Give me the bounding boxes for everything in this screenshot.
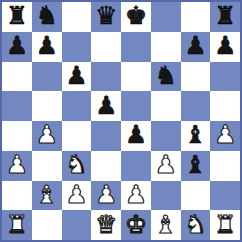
white-pawn[interactable]: ♟: [214, 122, 236, 147]
white-pawn[interactable]: ♟: [6, 152, 28, 177]
square-d5[interactable]: ♟: [91, 91, 121, 121]
square-d6[interactable]: [91, 62, 121, 92]
square-g6[interactable]: [181, 62, 211, 92]
white-knight[interactable]: ♞: [65, 152, 87, 177]
white-bishop[interactable]: ♝: [35, 182, 57, 207]
black-knight[interactable]: ♞: [154, 63, 176, 88]
square-a7[interactable]: ♟: [2, 32, 32, 62]
square-e1[interactable]: ♚: [121, 210, 151, 240]
square-e3[interactable]: [121, 151, 151, 181]
black-knight[interactable]: ♞: [35, 3, 57, 28]
black-king[interactable]: ♚: [125, 3, 147, 28]
square-b8[interactable]: ♞: [32, 2, 62, 32]
square-f6[interactable]: ♞: [151, 62, 181, 92]
square-h6[interactable]: [210, 62, 240, 92]
square-a2[interactable]: [2, 181, 32, 211]
square-b2[interactable]: ♝: [32, 181, 62, 211]
square-f8[interactable]: [151, 2, 181, 32]
black-pawn[interactable]: ♟: [214, 33, 236, 58]
square-b7[interactable]: ♟: [32, 32, 62, 62]
square-f1[interactable]: ♝: [151, 210, 181, 240]
square-a6[interactable]: [2, 62, 32, 92]
black-pawn[interactable]: ♟: [184, 33, 206, 58]
black-rook[interactable]: ♜: [6, 3, 28, 28]
black-pawn[interactable]: ♟: [6, 33, 28, 58]
black-pawn[interactable]: ♟: [125, 122, 147, 147]
square-b1[interactable]: [32, 210, 62, 240]
square-h8[interactable]: ♜: [210, 2, 240, 32]
white-rook[interactable]: ♜: [6, 212, 28, 237]
square-f2[interactable]: [151, 181, 181, 211]
white-rook[interactable]: ♜: [214, 212, 236, 237]
square-a3[interactable]: ♟: [2, 151, 32, 181]
square-g1[interactable]: ♞: [181, 210, 211, 240]
square-c2[interactable]: ♟: [62, 181, 92, 211]
square-f7[interactable]: [151, 32, 181, 62]
square-a1[interactable]: ♜: [2, 210, 32, 240]
square-g4[interactable]: ♝: [181, 121, 211, 151]
square-h1[interactable]: ♜: [210, 210, 240, 240]
square-c3[interactable]: ♞: [62, 151, 92, 181]
square-d8[interactable]: ♛: [91, 2, 121, 32]
square-d2[interactable]: ♟: [91, 181, 121, 211]
black-bishop[interactable]: ♝: [184, 152, 206, 177]
square-g3[interactable]: ♝: [181, 151, 211, 181]
white-pawn[interactable]: ♟: [95, 182, 117, 207]
square-a8[interactable]: ♜: [2, 2, 32, 32]
square-c8[interactable]: [62, 2, 92, 32]
square-f4[interactable]: [151, 121, 181, 151]
black-pawn[interactable]: ♟: [35, 33, 57, 58]
square-d7[interactable]: [91, 32, 121, 62]
square-g7[interactable]: ♟: [181, 32, 211, 62]
square-h4[interactable]: ♟: [210, 121, 240, 151]
square-d1[interactable]: ♛: [91, 210, 121, 240]
square-a4[interactable]: [2, 121, 32, 151]
white-pawn[interactable]: ♟: [35, 122, 57, 147]
square-b5[interactable]: [32, 91, 62, 121]
square-e7[interactable]: [121, 32, 151, 62]
square-e6[interactable]: [121, 62, 151, 92]
square-e5[interactable]: [121, 91, 151, 121]
white-knight[interactable]: ♞: [184, 212, 206, 237]
square-g8[interactable]: [181, 2, 211, 32]
square-d4[interactable]: [91, 121, 121, 151]
square-g2[interactable]: [181, 181, 211, 211]
square-b4[interactable]: ♟: [32, 121, 62, 151]
square-c1[interactable]: [62, 210, 92, 240]
white-bishop[interactable]: ♝: [154, 212, 176, 237]
square-f5[interactable]: [151, 91, 181, 121]
square-c6[interactable]: ♟: [62, 62, 92, 92]
square-c4[interactable]: [62, 121, 92, 151]
black-pawn[interactable]: ♟: [95, 93, 117, 118]
white-king[interactable]: ♚: [125, 212, 147, 237]
square-f3[interactable]: ♟: [151, 151, 181, 181]
black-bishop[interactable]: ♝: [184, 122, 206, 147]
square-h7[interactable]: ♟: [210, 32, 240, 62]
white-pawn[interactable]: ♟: [65, 182, 87, 207]
square-g5[interactable]: [181, 91, 211, 121]
black-rook[interactable]: ♜: [214, 3, 236, 28]
square-e8[interactable]: ♚: [121, 2, 151, 32]
white-pawn[interactable]: ♟: [154, 152, 176, 177]
square-d3[interactable]: [91, 151, 121, 181]
square-h5[interactable]: [210, 91, 240, 121]
square-e4[interactable]: ♟: [121, 121, 151, 151]
square-e2[interactable]: ♟: [121, 181, 151, 211]
black-queen[interactable]: ♛: [95, 3, 117, 28]
white-queen[interactable]: ♛: [95, 212, 117, 237]
chess-board: ♜♞♛♚♜♟♟♟♟♟♞♟♟♟♝♟♟♞♟♝♝♟♟♟♜♛♚♝♞♜: [0, 0, 242, 242]
white-pawn[interactable]: ♟: [125, 182, 147, 207]
black-pawn[interactable]: ♟: [65, 63, 87, 88]
square-c7[interactable]: [62, 32, 92, 62]
square-b3[interactable]: [32, 151, 62, 181]
square-b6[interactable]: [32, 62, 62, 92]
square-h3[interactable]: [210, 151, 240, 181]
square-h2[interactable]: [210, 181, 240, 211]
square-a5[interactable]: [2, 91, 32, 121]
square-c5[interactable]: [62, 91, 92, 121]
